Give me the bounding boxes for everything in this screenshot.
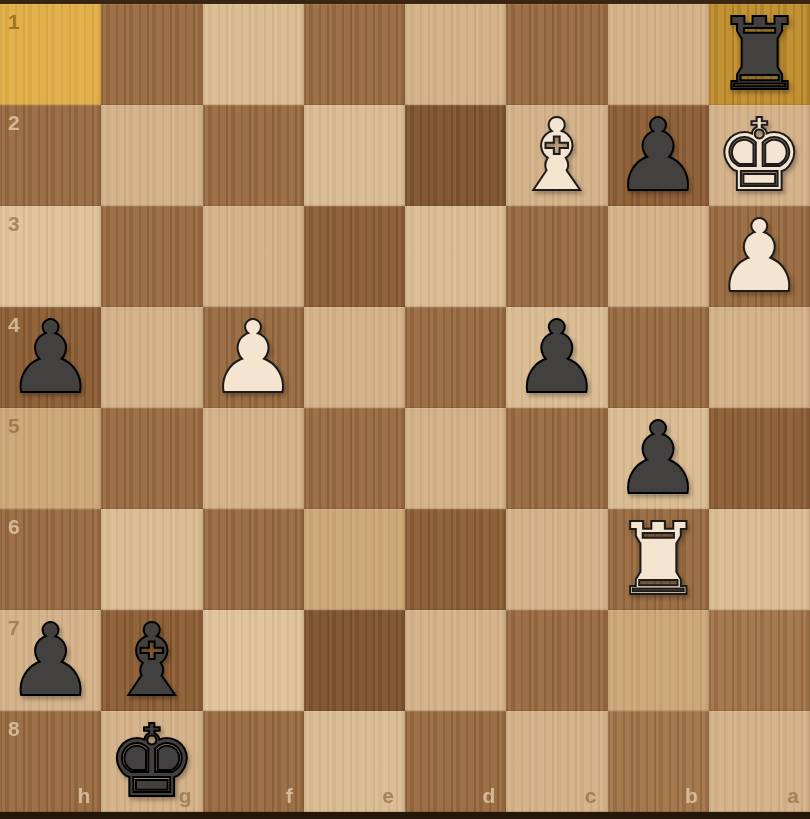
black-pawn-h4[interactable]: ♟: [0, 307, 101, 408]
square-a2[interactable]: ♚: [709, 105, 810, 206]
square-c5[interactable]: [506, 408, 607, 509]
square-h5[interactable]: 5: [0, 408, 101, 509]
square-e5[interactable]: [304, 408, 405, 509]
square-g5[interactable]: [101, 408, 202, 509]
rank-label-1: 1: [8, 10, 20, 34]
square-f4[interactable]: ♟: [203, 307, 304, 408]
square-c7[interactable]: [506, 610, 607, 711]
square-d2[interactable]: [405, 105, 506, 206]
square-e4[interactable]: [304, 307, 405, 408]
black-rook-a1[interactable]: ♜: [709, 4, 810, 105]
square-b3[interactable]: [608, 206, 709, 307]
square-e6[interactable]: [304, 509, 405, 610]
square-e1[interactable]: [304, 4, 405, 105]
square-d7[interactable]: [405, 610, 506, 711]
square-b6[interactable]: ♜: [608, 509, 709, 610]
white-rook-b6[interactable]: ♜: [608, 509, 709, 610]
square-b5[interactable]: ♟: [608, 408, 709, 509]
square-g6[interactable]: [101, 509, 202, 610]
square-f6[interactable]: [203, 509, 304, 610]
white-bishop-c2[interactable]: ♝: [506, 105, 607, 206]
square-e7[interactable]: [304, 610, 405, 711]
rank-label-6: 6: [8, 515, 20, 539]
square-f1[interactable]: [203, 4, 304, 105]
file-label-e: e: [382, 784, 394, 808]
square-a4[interactable]: [709, 307, 810, 408]
square-a7[interactable]: [709, 610, 810, 711]
file-label-h: h: [77, 784, 90, 808]
file-label-f: f: [286, 784, 293, 808]
square-f2[interactable]: [203, 105, 304, 206]
square-d1[interactable]: [405, 4, 506, 105]
square-a8[interactable]: a: [709, 711, 810, 812]
rank-label-5: 5: [8, 414, 20, 438]
square-a3[interactable]: ♟: [709, 206, 810, 307]
square-h1[interactable]: 1: [0, 4, 101, 105]
square-c1[interactable]: [506, 4, 607, 105]
square-d5[interactable]: [405, 408, 506, 509]
square-d6[interactable]: [405, 509, 506, 610]
rank-label-8: 8: [8, 717, 20, 741]
square-f7[interactable]: [203, 610, 304, 711]
square-b4[interactable]: [608, 307, 709, 408]
square-h2[interactable]: 2: [0, 105, 101, 206]
rank-label-2: 2: [8, 111, 20, 135]
white-pawn-a3[interactable]: ♟: [709, 206, 810, 307]
square-f3[interactable]: [203, 206, 304, 307]
square-c2[interactable]: ♝: [506, 105, 607, 206]
file-label-b: b: [685, 784, 698, 808]
white-pawn-f4[interactable]: ♟: [203, 307, 304, 408]
file-label-d: d: [482, 784, 495, 808]
black-pawn-b2[interactable]: ♟: [608, 105, 709, 206]
square-h7[interactable]: 7♟: [0, 610, 101, 711]
square-g7[interactable]: ♝: [101, 610, 202, 711]
square-a1[interactable]: ♜: [709, 4, 810, 105]
square-g3[interactable]: [101, 206, 202, 307]
file-label-c: c: [585, 784, 597, 808]
square-a6[interactable]: [709, 509, 810, 610]
square-g1[interactable]: [101, 4, 202, 105]
square-e3[interactable]: [304, 206, 405, 307]
square-e2[interactable]: [304, 105, 405, 206]
square-f5[interactable]: [203, 408, 304, 509]
square-a5[interactable]: [709, 408, 810, 509]
square-g2[interactable]: [101, 105, 202, 206]
square-f8[interactable]: f: [203, 711, 304, 812]
black-pawn-c4[interactable]: ♟: [506, 307, 607, 408]
rank-label-3: 3: [8, 212, 20, 236]
black-pawn-b5[interactable]: ♟: [608, 408, 709, 509]
square-d8[interactable]: d: [405, 711, 506, 812]
square-h3[interactable]: 3: [0, 206, 101, 307]
square-d3[interactable]: [405, 206, 506, 307]
square-e8[interactable]: e: [304, 711, 405, 812]
chess-board: 1♜2♝♟♚3♟4♟♟♟5♟6♜7♟♝8hg♚fedcba: [0, 4, 810, 812]
square-c8[interactable]: c: [506, 711, 607, 812]
black-pawn-h7[interactable]: ♟: [0, 610, 101, 711]
square-h6[interactable]: 6: [0, 509, 101, 610]
black-king-g8[interactable]: ♚: [101, 711, 202, 812]
square-d4[interactable]: [405, 307, 506, 408]
square-h4[interactable]: 4♟: [0, 307, 101, 408]
square-c4[interactable]: ♟: [506, 307, 607, 408]
square-g8[interactable]: g♚: [101, 711, 202, 812]
square-b2[interactable]: ♟: [608, 105, 709, 206]
square-b8[interactable]: b: [608, 711, 709, 812]
black-bishop-g7[interactable]: ♝: [101, 610, 202, 711]
square-g4[interactable]: [101, 307, 202, 408]
square-c3[interactable]: [506, 206, 607, 307]
square-h8[interactable]: 8h: [0, 711, 101, 812]
square-c6[interactable]: [506, 509, 607, 610]
chess-app: 1♜2♝♟♚3♟4♟♟♟5♟6♜7♟♝8hg♚fedcba: [0, 0, 810, 819]
square-b7[interactable]: [608, 610, 709, 711]
file-label-a: a: [787, 784, 799, 808]
square-b1[interactable]: [608, 4, 709, 105]
white-king-a2[interactable]: ♚: [709, 105, 810, 206]
